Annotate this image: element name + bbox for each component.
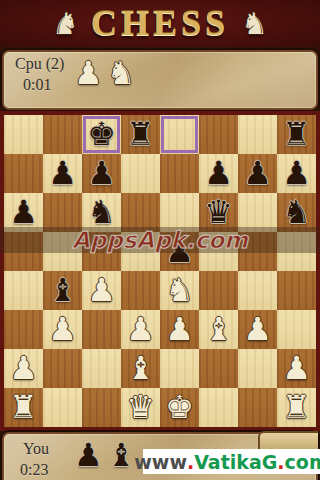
cpu-captured-tray: ♟♞ [74, 53, 135, 93]
white-rook[interactable]: ♜ [282, 388, 311, 427]
square-c3[interactable] [82, 310, 121, 349]
square-f4[interactable] [199, 271, 238, 310]
white-pawn[interactable]: ♟ [126, 310, 155, 349]
white-queen[interactable]: ♛ [126, 388, 155, 427]
black-king[interactable]: ♚ [87, 115, 116, 154]
square-h7[interactable]: ♟ [277, 154, 316, 193]
square-g1[interactable] [238, 388, 277, 427]
app-title: CHESS [91, 0, 229, 47]
square-c4[interactable]: ♟ [82, 271, 121, 310]
black-pawn[interactable]: ♟ [243, 154, 272, 193]
square-h8[interactable]: ♜ [277, 115, 316, 154]
knight-logo-left-icon: ♞ [52, 0, 79, 47]
captured-white-knight: ♞ [107, 54, 136, 93]
white-king[interactable]: ♚ [165, 388, 194, 427]
black-bishop[interactable]: ♝ [48, 271, 77, 310]
appsapk-watermark: AppsApk.com [0, 227, 320, 253]
square-g4[interactable] [238, 271, 277, 310]
white-bishop[interactable]: ♝ [126, 349, 155, 388]
square-a1[interactable]: ♜ [4, 388, 43, 427]
white-pawn[interactable]: ♟ [282, 349, 311, 388]
vatikag-name: VatikaG [194, 451, 277, 473]
vatikag-www: www [134, 451, 187, 473]
square-b7[interactable]: ♟ [43, 154, 82, 193]
title-bar: ♞ CHESS ♞ [0, 0, 320, 47]
captured-white-pawn: ♟ [74, 54, 103, 93]
you-clock: 0:23 [20, 461, 48, 479]
square-f8[interactable] [199, 115, 238, 154]
square-c8[interactable]: ♚ [82, 115, 121, 154]
square-h2[interactable]: ♟ [277, 349, 316, 388]
cpu-name: Cpu (2) [15, 55, 64, 73]
square-e3[interactable]: ♟ [160, 310, 199, 349]
knight-logo-right-icon: ♞ [241, 0, 268, 47]
square-f7[interactable]: ♟ [199, 154, 238, 193]
square-a4[interactable] [4, 271, 43, 310]
square-f1[interactable] [199, 388, 238, 427]
black-pawn[interactable]: ♟ [48, 154, 77, 193]
captured-black-bishop: ♝ [107, 436, 136, 475]
square-c7[interactable]: ♟ [82, 154, 121, 193]
square-e7[interactable] [160, 154, 199, 193]
square-d7[interactable] [121, 154, 160, 193]
square-a7[interactable] [4, 154, 43, 193]
square-b4[interactable]: ♝ [43, 271, 82, 310]
black-pawn[interactable]: ♟ [204, 154, 233, 193]
square-b8[interactable] [43, 115, 82, 154]
square-h1[interactable]: ♜ [277, 388, 316, 427]
square-g2[interactable] [238, 349, 277, 388]
square-e8[interactable] [160, 115, 199, 154]
square-g8[interactable] [238, 115, 277, 154]
square-b1[interactable] [43, 388, 82, 427]
white-knight[interactable]: ♞ [165, 271, 194, 310]
vatikag-tld: com [285, 451, 320, 473]
square-f2[interactable] [199, 349, 238, 388]
vatikag-dot2: . [277, 451, 284, 473]
square-c2[interactable] [82, 349, 121, 388]
captured-black-pawn: ♟ [74, 436, 103, 475]
square-d1[interactable]: ♛ [121, 388, 160, 427]
square-c1[interactable] [82, 388, 121, 427]
black-rook[interactable]: ♜ [126, 115, 155, 154]
square-a2[interactable]: ♟ [4, 349, 43, 388]
white-pawn[interactable]: ♟ [243, 310, 272, 349]
square-g7[interactable]: ♟ [238, 154, 277, 193]
square-h4[interactable] [277, 271, 316, 310]
square-e2[interactable] [160, 349, 199, 388]
you-captured-tray: ♟♝ [74, 435, 135, 475]
square-d3[interactable]: ♟ [121, 310, 160, 349]
black-pawn[interactable]: ♟ [87, 154, 116, 193]
vatikag-dot1: . [187, 451, 194, 473]
square-g3[interactable]: ♟ [238, 310, 277, 349]
square-b3[interactable]: ♟ [43, 310, 82, 349]
square-d4[interactable] [121, 271, 160, 310]
cpu-panel: Cpu (2) 0:01 ♟♞ [2, 50, 318, 110]
square-d8[interactable]: ♜ [121, 115, 160, 154]
square-b2[interactable] [43, 349, 82, 388]
vatikag-watermark: www . VatikaG . com [143, 449, 320, 474]
white-pawn[interactable]: ♟ [87, 271, 116, 310]
square-d2[interactable]: ♝ [121, 349, 160, 388]
cpu-clock: 0:01 [23, 76, 51, 94]
you-name: You [23, 440, 49, 458]
white-rook[interactable]: ♜ [9, 388, 38, 427]
square-e4[interactable]: ♞ [160, 271, 199, 310]
white-pawn[interactable]: ♟ [48, 310, 77, 349]
white-bishop[interactable]: ♝ [204, 310, 233, 349]
white-pawn[interactable]: ♟ [9, 349, 38, 388]
square-e1[interactable]: ♚ [160, 388, 199, 427]
square-f3[interactable]: ♝ [199, 310, 238, 349]
white-pawn[interactable]: ♟ [165, 310, 194, 349]
square-h3[interactable] [277, 310, 316, 349]
chess-board[interactable]: ♚♜♜♟♟♟♟♟♟♞♛♞♟♝♟♞♟♟♟♝♟♟♝♟♜♛♚♜ [0, 111, 320, 431]
square-a8[interactable] [4, 115, 43, 154]
black-pawn[interactable]: ♟ [282, 154, 311, 193]
square-a3[interactable] [4, 310, 43, 349]
black-rook[interactable]: ♜ [282, 115, 311, 154]
